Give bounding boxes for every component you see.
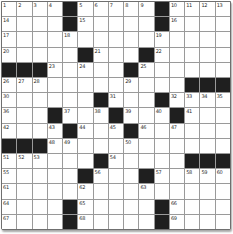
clue-number-49: 49	[64, 139, 70, 145]
clue-number-63: 63	[140, 184, 146, 190]
cell-r12c12[interactable]	[170, 169, 184, 183]
cell-r2c13[interactable]	[185, 17, 199, 31]
cell-r11c11[interactable]	[155, 154, 169, 168]
cell-r5c7[interactable]	[94, 63, 108, 77]
clue-number-3: 3	[34, 2, 37, 8]
cell-r7c13[interactable]: 33	[185, 93, 199, 107]
cell-r2c12[interactable]: 16	[170, 17, 184, 31]
cell-r8c9[interactable]: 39	[124, 108, 138, 122]
clue-number-27: 27	[18, 78, 24, 84]
black-cell-r4c6	[78, 48, 92, 62]
cell-r7c2[interactable]	[17, 93, 31, 107]
cell-r4c4[interactable]	[48, 48, 62, 62]
cell-r8c11[interactable]: 40	[155, 108, 169, 122]
cell-r11c2[interactable]: 52	[17, 154, 31, 168]
cell-r10c5[interactable]: 49	[63, 139, 77, 153]
cell-r8c10[interactable]	[139, 108, 153, 122]
cell-r7c10[interactable]	[139, 93, 153, 107]
clue-number-60: 60	[217, 169, 223, 175]
cell-r1c13[interactable]: 11	[185, 2, 199, 16]
cell-r11c8[interactable]: 54	[109, 154, 123, 168]
clue-number-61: 61	[3, 184, 9, 190]
clue-number-16: 16	[171, 17, 177, 23]
black-cell-r5c2	[17, 63, 31, 77]
cell-r12c4[interactable]	[48, 169, 62, 183]
cell-r9c3[interactable]	[33, 124, 47, 138]
clue-number-41: 41	[186, 108, 192, 114]
black-cell-r2c5	[63, 17, 77, 31]
cell-r11c12[interactable]	[170, 154, 184, 168]
cell-r5c15[interactable]	[216, 63, 230, 77]
cell-r1c14[interactable]: 12	[200, 2, 214, 16]
cell-r7c14[interactable]: 34	[200, 93, 214, 107]
cell-r1c10[interactable]: 9	[139, 2, 153, 16]
black-cell-r12c10	[139, 169, 153, 183]
clue-number-47: 47	[171, 124, 177, 130]
cell-r13c15[interactable]	[216, 184, 230, 198]
cell-r1c3[interactable]: 3	[33, 2, 47, 16]
cell-r7c9[interactable]	[124, 93, 138, 107]
cell-r9c10[interactable]: 46	[139, 124, 153, 138]
cell-r7c15[interactable]: 35	[216, 93, 230, 107]
clue-number-10: 10	[171, 2, 177, 8]
clue-number-19: 19	[156, 32, 162, 38]
cell-r4c13[interactable]	[185, 48, 199, 62]
black-cell-r8c12	[170, 108, 184, 122]
black-cell-r14c5	[63, 200, 77, 214]
black-cell-r5c1	[2, 63, 16, 77]
cell-r6c7[interactable]	[94, 78, 108, 92]
cell-r3c8[interactable]	[109, 32, 123, 46]
cell-r4c2[interactable]	[17, 48, 31, 62]
cell-r8c6[interactable]	[78, 108, 92, 122]
cell-r15c4[interactable]	[48, 215, 62, 229]
cell-r9c11[interactable]	[155, 124, 169, 138]
cell-r11c3[interactable]: 53	[33, 154, 47, 168]
clue-number-52: 52	[18, 154, 24, 160]
cell-r4c14[interactable]	[200, 48, 214, 62]
cell-r11c1[interactable]: 51	[2, 154, 16, 168]
cell-r12c8[interactable]	[109, 169, 123, 183]
clue-number-58: 58	[186, 169, 192, 175]
cell-r4c3[interactable]	[33, 48, 47, 62]
cell-r4c15[interactable]	[216, 48, 230, 62]
black-cell-r6c13	[185, 78, 199, 92]
crossword-board: 1234567891011121314151617181920212223242…	[1, 1, 231, 230]
cell-r10c15[interactable]	[216, 139, 230, 153]
cell-r13c7[interactable]	[94, 184, 108, 198]
cell-r15c10[interactable]	[139, 215, 153, 229]
cell-r14c9[interactable]	[124, 200, 138, 214]
cell-r12c3[interactable]	[33, 169, 47, 183]
clue-number-23: 23	[49, 63, 55, 69]
cell-r4c5[interactable]	[63, 48, 77, 62]
clue-number-11: 11	[186, 2, 192, 8]
cell-r8c2[interactable]	[17, 108, 31, 122]
cell-r13c8[interactable]	[109, 184, 123, 198]
cell-r2c2[interactable]	[17, 17, 31, 31]
cell-r6c5[interactable]	[63, 78, 77, 92]
crossword-grid: 1234567891011121314151617181920212223242…	[2, 2, 230, 229]
black-cell-r9c9	[124, 124, 138, 138]
clue-number-34: 34	[201, 93, 207, 99]
cell-r11c4[interactable]	[48, 154, 62, 168]
cell-r12c15[interactable]: 60	[216, 169, 230, 183]
cell-r8c13[interactable]: 41	[185, 108, 199, 122]
cell-r12c9[interactable]	[124, 169, 138, 183]
cell-r14c12[interactable]: 66	[170, 200, 184, 214]
cell-r15c1[interactable]: 67	[2, 215, 16, 229]
clue-number-22: 22	[156, 48, 162, 54]
cell-r5c5[interactable]	[63, 63, 77, 77]
cell-r1c2[interactable]: 2	[17, 2, 31, 16]
cell-r10c8[interactable]	[109, 139, 123, 153]
black-cell-r1c5	[63, 2, 77, 16]
cell-r7c12[interactable]: 32	[170, 93, 184, 107]
clue-number-66: 66	[171, 200, 177, 206]
cell-r15c15[interactable]	[216, 215, 230, 229]
cell-r2c4[interactable]	[48, 17, 62, 31]
black-cell-r7c11	[155, 93, 169, 107]
cell-r7c6[interactable]	[78, 93, 92, 107]
clue-number-26: 26	[3, 78, 9, 84]
cell-r13c4[interactable]	[48, 184, 62, 198]
cell-r9c12[interactable]: 47	[170, 124, 184, 138]
cell-r9c2[interactable]	[17, 124, 31, 138]
clue-number-7: 7	[110, 2, 113, 8]
clue-number-33: 33	[186, 93, 192, 99]
cell-r1c9[interactable]: 8	[124, 2, 138, 16]
cell-r3c1[interactable]: 17	[2, 32, 16, 46]
cell-r3c6[interactable]	[78, 32, 92, 46]
cell-r8c1[interactable]: 36	[2, 108, 16, 122]
cell-r6c1[interactable]: 26	[2, 78, 16, 92]
black-cell-r8c8	[109, 108, 123, 122]
cell-r1c6[interactable]: 5	[78, 2, 92, 16]
cell-r4c11[interactable]: 22	[155, 48, 169, 62]
cell-r10c7[interactable]	[94, 139, 108, 153]
cell-r12c14[interactable]: 59	[200, 169, 214, 183]
cell-r2c3[interactable]	[33, 17, 47, 31]
cell-r15c2[interactable]	[17, 215, 31, 229]
cell-r14c2[interactable]	[17, 200, 31, 214]
cell-r14c1[interactable]: 64	[2, 200, 16, 214]
cell-r5c13[interactable]	[185, 63, 199, 77]
cell-r15c14[interactable]	[200, 215, 214, 229]
clue-number-32: 32	[171, 93, 177, 99]
cell-r1c15[interactable]: 13	[216, 2, 230, 16]
cell-r13c1[interactable]: 61	[2, 184, 16, 198]
clue-number-56: 56	[95, 169, 101, 175]
clue-number-20: 20	[3, 48, 9, 54]
cell-r11c10[interactable]	[139, 154, 153, 168]
cell-r11c5[interactable]	[63, 154, 77, 168]
cell-r14c13[interactable]	[185, 200, 199, 214]
cell-r10c4[interactable]: 48	[48, 139, 62, 153]
clue-number-25: 25	[140, 63, 146, 69]
cell-r14c14[interactable]	[200, 200, 214, 214]
cell-r7c1[interactable]: 30	[2, 93, 16, 107]
cell-r1c4[interactable]: 4	[48, 2, 62, 16]
cell-r15c3[interactable]	[33, 215, 47, 229]
clue-number-12: 12	[201, 2, 207, 8]
black-cell-r8c4	[48, 108, 62, 122]
clue-number-44: 44	[79, 124, 85, 130]
cell-r14c10[interactable]	[139, 200, 153, 214]
cell-r8c3[interactable]	[33, 108, 47, 122]
cell-r3c7[interactable]	[94, 32, 108, 46]
cell-r13c13[interactable]	[185, 184, 199, 198]
cell-r9c1[interactable]: 42	[2, 124, 16, 138]
cell-r14c7[interactable]	[94, 200, 108, 214]
cell-r5c14[interactable]	[200, 63, 214, 77]
clue-number-4: 4	[49, 2, 52, 8]
clue-number-48: 48	[49, 139, 55, 145]
cell-r3c10[interactable]	[139, 32, 153, 46]
cell-r14c6[interactable]: 65	[78, 200, 92, 214]
cell-r13c6[interactable]: 62	[78, 184, 92, 198]
cell-r12c13[interactable]: 58	[185, 169, 199, 183]
black-cell-r6c15	[216, 78, 230, 92]
cell-r3c4[interactable]	[48, 32, 62, 46]
cell-r12c2[interactable]	[17, 169, 31, 183]
cell-r7c8[interactable]: 31	[109, 93, 123, 107]
cell-r8c15[interactable]	[216, 108, 230, 122]
clue-number-17: 17	[3, 32, 9, 38]
clue-number-29: 29	[125, 78, 131, 84]
clue-number-14: 14	[3, 17, 9, 23]
cell-r4c1[interactable]: 20	[2, 48, 16, 62]
cell-r10c10[interactable]	[139, 139, 153, 153]
cell-r6c2[interactable]: 27	[17, 78, 31, 92]
cell-r5c8[interactable]	[109, 63, 123, 77]
cell-r7c4[interactable]	[48, 93, 62, 107]
cell-r12c7[interactable]: 56	[94, 169, 108, 183]
cell-r13c10[interactable]: 63	[139, 184, 153, 198]
cell-r5c4[interactable]: 23	[48, 63, 62, 77]
clue-number-50: 50	[125, 139, 131, 145]
cell-r2c15[interactable]	[216, 17, 230, 31]
cell-r8c5[interactable]: 37	[63, 108, 77, 122]
cell-r3c12[interactable]	[170, 32, 184, 46]
clue-number-35: 35	[217, 93, 223, 99]
cell-r12c5[interactable]	[63, 169, 77, 183]
cell-r15c9[interactable]	[124, 215, 138, 229]
black-cell-r10c3	[33, 139, 47, 153]
clue-number-39: 39	[125, 108, 131, 114]
clue-number-68: 68	[79, 215, 85, 221]
cell-r1c7[interactable]: 6	[94, 2, 108, 16]
cell-r5c12[interactable]	[170, 63, 184, 77]
clue-number-69: 69	[171, 215, 177, 221]
clue-number-15: 15	[79, 17, 85, 23]
cell-r6c9[interactable]: 29	[124, 78, 138, 92]
cell-r9c7[interactable]	[94, 124, 108, 138]
cell-r2c6[interactable]: 15	[78, 17, 92, 31]
black-cell-r4c10	[139, 48, 153, 62]
clue-number-62: 62	[79, 184, 85, 190]
black-cell-r10c1	[2, 139, 16, 153]
clue-number-13: 13	[217, 2, 223, 8]
clue-number-1: 1	[3, 2, 6, 8]
black-cell-r9c5	[63, 124, 77, 138]
cell-r11c9[interactable]	[124, 154, 138, 168]
clue-number-28: 28	[34, 78, 40, 84]
black-cell-r11c14	[200, 154, 214, 168]
cell-r13c2[interactable]	[17, 184, 31, 198]
cell-r5c11[interactable]	[155, 63, 169, 77]
clue-number-8: 8	[125, 2, 128, 8]
cell-r4c9[interactable]	[124, 48, 138, 62]
cell-r3c9[interactable]	[124, 32, 138, 46]
cell-r12c1[interactable]: 55	[2, 169, 16, 183]
cell-r2c14[interactable]	[200, 17, 214, 31]
clue-number-45: 45	[110, 124, 116, 130]
cell-r6c3[interactable]: 28	[33, 78, 47, 92]
cell-r10c12[interactable]	[170, 139, 184, 153]
cell-r3c5[interactable]: 18	[63, 32, 77, 46]
cell-r8c7[interactable]: 38	[94, 108, 108, 122]
clue-number-6: 6	[95, 2, 98, 8]
cell-r13c3[interactable]	[33, 184, 47, 198]
cell-r15c13[interactable]	[185, 215, 199, 229]
clue-number-57: 57	[156, 169, 162, 175]
cell-r3c2[interactable]	[17, 32, 31, 46]
clue-number-65: 65	[79, 200, 85, 206]
cell-r1c1[interactable]: 1	[2, 2, 16, 16]
cell-r6c4[interactable]	[48, 78, 62, 92]
clue-number-55: 55	[3, 169, 9, 175]
cell-r5c6[interactable]: 24	[78, 63, 92, 77]
cell-r8c14[interactable]	[200, 108, 214, 122]
cell-r3c14[interactable]	[200, 32, 214, 46]
cell-r13c14[interactable]	[200, 184, 214, 198]
cell-r6c6[interactable]	[78, 78, 92, 92]
black-cell-r15c11	[155, 215, 169, 229]
cell-r14c8[interactable]	[109, 200, 123, 214]
clue-number-37: 37	[64, 108, 70, 114]
clue-number-43: 43	[49, 124, 55, 130]
cell-r2c9[interactable]	[124, 17, 138, 31]
clue-number-38: 38	[95, 108, 101, 114]
cell-r3c13[interactable]	[185, 32, 199, 46]
cell-r14c3[interactable]	[33, 200, 47, 214]
cell-r14c4[interactable]	[48, 200, 62, 214]
clue-number-59: 59	[201, 169, 207, 175]
cell-r9c6[interactable]: 44	[78, 124, 92, 138]
clue-number-31: 31	[110, 93, 116, 99]
clue-number-18: 18	[64, 32, 70, 38]
black-cell-r15c5	[63, 215, 77, 229]
cell-r11c6[interactable]	[78, 154, 92, 168]
clue-number-2: 2	[18, 2, 21, 8]
clue-number-5: 5	[79, 2, 82, 8]
clue-number-53: 53	[34, 154, 40, 160]
black-cell-r5c3	[33, 63, 47, 77]
clue-number-21: 21	[95, 48, 101, 54]
clue-number-9: 9	[140, 2, 143, 8]
cell-r10c14[interactable]	[200, 139, 214, 153]
cell-r2c1[interactable]: 14	[2, 17, 16, 31]
clue-number-30: 30	[3, 93, 9, 99]
cell-r4c8[interactable]	[109, 48, 123, 62]
cell-r10c9[interactable]: 50	[124, 139, 138, 153]
cell-r13c11[interactable]	[155, 184, 169, 198]
cell-r13c9[interactable]	[124, 184, 138, 198]
cell-r7c5[interactable]	[63, 93, 77, 107]
cell-r9c8[interactable]: 45	[109, 124, 123, 138]
black-cell-r11c15	[216, 154, 230, 168]
cell-r6c11[interactable]	[155, 78, 169, 92]
clue-number-51: 51	[3, 154, 9, 160]
clue-number-42: 42	[3, 124, 9, 130]
cell-r12c11[interactable]: 57	[155, 169, 169, 183]
clue-number-54: 54	[110, 154, 116, 160]
cell-r7c3[interactable]	[33, 93, 47, 107]
cell-r3c3[interactable]	[33, 32, 47, 46]
cell-r6c12[interactable]	[170, 78, 184, 92]
clue-number-24: 24	[79, 63, 85, 69]
cell-r1c12[interactable]: 10	[170, 2, 184, 16]
cell-r3c15[interactable]	[216, 32, 230, 46]
clue-number-46: 46	[140, 124, 146, 130]
clue-number-36: 36	[3, 108, 9, 114]
clue-number-64: 64	[3, 200, 9, 206]
black-cell-r7c7	[94, 93, 108, 107]
cell-r13c12[interactable]	[170, 184, 184, 198]
cell-r10c11[interactable]	[155, 139, 169, 153]
clue-number-67: 67	[3, 215, 9, 221]
black-cell-r11c13	[185, 154, 199, 168]
clue-number-40: 40	[156, 108, 162, 114]
cell-r2c10[interactable]	[139, 17, 153, 31]
cell-r9c14[interactable]	[200, 124, 214, 138]
cell-r15c12[interactable]: 69	[170, 215, 184, 229]
cell-r14c15[interactable]	[216, 200, 230, 214]
cell-r6c10[interactable]	[139, 78, 153, 92]
black-cell-r2c11	[155, 17, 169, 31]
black-cell-r14c11	[155, 200, 169, 214]
black-cell-r12c6	[78, 169, 92, 183]
cell-r4c12[interactable]	[170, 48, 184, 62]
cell-r15c8[interactable]	[109, 215, 123, 229]
cell-r5c10[interactable]: 25	[139, 63, 153, 77]
cell-r9c13[interactable]	[185, 124, 199, 138]
cell-r13c5[interactable]	[63, 184, 77, 198]
cell-r15c7[interactable]	[94, 215, 108, 229]
cell-r9c15[interactable]	[216, 124, 230, 138]
cell-r2c8[interactable]	[109, 17, 123, 31]
black-cell-r11c7	[94, 154, 108, 168]
black-cell-r6c14	[200, 78, 214, 92]
black-cell-r1c11	[155, 2, 169, 16]
cell-r9c4[interactable]: 43	[48, 124, 62, 138]
cell-r2c7[interactable]	[94, 17, 108, 31]
cell-r10c6[interactable]	[78, 139, 92, 153]
black-cell-r5c9	[124, 63, 138, 77]
cell-r15c6[interactable]: 68	[78, 215, 92, 229]
cell-r4c7[interactable]: 21	[94, 48, 108, 62]
black-cell-r10c2	[17, 139, 31, 153]
cell-r6c8[interactable]	[109, 78, 123, 92]
cell-r1c8[interactable]: 7	[109, 2, 123, 16]
cell-r10c13[interactable]	[185, 139, 199, 153]
cell-r3c11[interactable]: 19	[155, 32, 169, 46]
